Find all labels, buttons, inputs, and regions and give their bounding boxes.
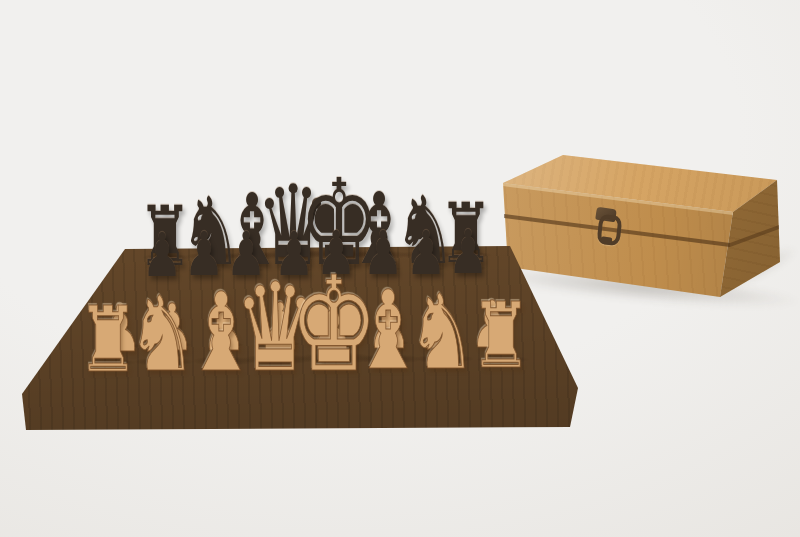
piece-white-rook-h1[interactable]: ♜ <box>470 291 531 382</box>
clasp-keeper <box>601 236 613 244</box>
wooden-storage-box <box>500 150 784 302</box>
box-clasp <box>586 206 626 250</box>
piece-white-knight-g1[interactable]: ♞ <box>407 281 476 384</box>
studio-photo-scene: ♜♞♝♛♚♝♞♜♟♟♟♟♟♟♟♟♟♟♟♟♟♟♟♟♜♞♝♛♚♝♞♜ <box>0 0 800 537</box>
